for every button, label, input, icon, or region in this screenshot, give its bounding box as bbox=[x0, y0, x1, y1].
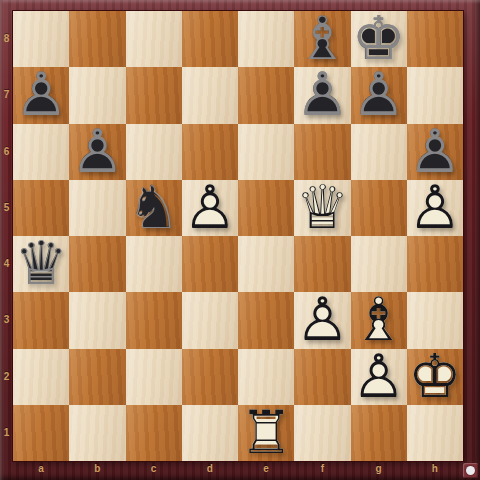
pawn-glyph-outline: ♙ bbox=[14, 64, 68, 124]
square-b6[interactable]: ♟♙ bbox=[69, 124, 125, 180]
white-rook-e1[interactable]: ♜♖ bbox=[238, 405, 294, 461]
pawn-glyph-outline: ♙ bbox=[352, 345, 406, 405]
black-queen-a4[interactable]: ♛♕ bbox=[13, 236, 69, 292]
square-c8[interactable] bbox=[126, 11, 182, 67]
square-a7[interactable]: ♟♙ bbox=[13, 67, 69, 123]
white-king-h2[interactable]: ♚♔ bbox=[407, 349, 463, 405]
square-b3[interactable] bbox=[69, 292, 125, 348]
queen-glyph-outline: ♕ bbox=[14, 233, 68, 293]
black-pawn-a7[interactable]: ♟♙ bbox=[13, 67, 69, 123]
chess-board: ♝♗♚♔♟♙♟♙♟♙♟♙♟♙♞♘♟♙♛♕♟♙♛♕♟♙♝♗♟♙♚♔♜♖ bbox=[13, 11, 463, 461]
square-a3[interactable] bbox=[13, 292, 69, 348]
white-queen-f5[interactable]: ♛♕ bbox=[294, 180, 350, 236]
white-pawn-h5[interactable]: ♟♙ bbox=[407, 180, 463, 236]
rank-label-3: 3 bbox=[0, 292, 13, 348]
square-g7[interactable]: ♟♙ bbox=[351, 67, 407, 123]
king-glyph-outline: ♔ bbox=[408, 345, 462, 405]
square-b8[interactable] bbox=[69, 11, 125, 67]
square-c4[interactable] bbox=[126, 236, 182, 292]
square-h4[interactable] bbox=[407, 236, 463, 292]
pawn-glyph-outline: ♙ bbox=[70, 120, 124, 180]
square-c5[interactable]: ♞♘ bbox=[126, 180, 182, 236]
square-e8[interactable] bbox=[238, 11, 294, 67]
square-c7[interactable] bbox=[126, 67, 182, 123]
file-label-g: g bbox=[351, 461, 407, 480]
queen-glyph-outline: ♕ bbox=[295, 177, 349, 237]
file-label-e: e bbox=[238, 461, 294, 480]
file-label-c: c bbox=[126, 461, 182, 480]
square-e4[interactable] bbox=[238, 236, 294, 292]
white-pawn-d5[interactable]: ♟♙ bbox=[182, 180, 238, 236]
board-frame: ♝♗♚♔♟♙♟♙♟♙♟♙♟♙♞♘♟♙♛♕♟♙♛♕♟♙♝♗♟♙♚♔♜♖ 87654… bbox=[0, 0, 480, 480]
white-pawn-f3[interactable]: ♟♙ bbox=[294, 292, 350, 348]
black-pawn-g7[interactable]: ♟♙ bbox=[351, 67, 407, 123]
square-h2[interactable]: ♚♔ bbox=[407, 349, 463, 405]
square-d8[interactable] bbox=[182, 11, 238, 67]
file-label-b: b bbox=[69, 461, 125, 480]
square-h8[interactable] bbox=[407, 11, 463, 67]
black-pawn-b6[interactable]: ♟♙ bbox=[69, 124, 125, 180]
square-b4[interactable] bbox=[69, 236, 125, 292]
square-a1[interactable] bbox=[13, 405, 69, 461]
square-f2[interactable] bbox=[294, 349, 350, 405]
square-d3[interactable] bbox=[182, 292, 238, 348]
square-h5[interactable]: ♟♙ bbox=[407, 180, 463, 236]
square-e5[interactable] bbox=[238, 180, 294, 236]
rank-label-5: 5 bbox=[0, 180, 13, 236]
square-b2[interactable] bbox=[69, 349, 125, 405]
rank-label-1: 1 bbox=[0, 405, 13, 461]
square-a6[interactable] bbox=[13, 124, 69, 180]
white-pawn-g2[interactable]: ♟♙ bbox=[351, 349, 407, 405]
rook-glyph-outline: ♖ bbox=[239, 402, 293, 462]
square-d7[interactable] bbox=[182, 67, 238, 123]
square-f5[interactable]: ♛♕ bbox=[294, 180, 350, 236]
file-label-a: a bbox=[13, 461, 69, 480]
rank-label-6: 6 bbox=[0, 124, 13, 180]
pawn-glyph-outline: ♙ bbox=[408, 177, 462, 237]
square-c1[interactable] bbox=[126, 405, 182, 461]
square-b1[interactable] bbox=[69, 405, 125, 461]
pawn-glyph-outline: ♙ bbox=[352, 64, 406, 124]
pawn-glyph-outline: ♙ bbox=[295, 64, 349, 124]
white-to-move-dot bbox=[466, 466, 475, 475]
black-knight-c5[interactable]: ♞♘ bbox=[126, 180, 182, 236]
square-h1[interactable] bbox=[407, 405, 463, 461]
rank-label-8: 8 bbox=[0, 11, 13, 67]
square-f1[interactable] bbox=[294, 405, 350, 461]
square-g6[interactable] bbox=[351, 124, 407, 180]
square-f7[interactable]: ♟♙ bbox=[294, 67, 350, 123]
square-c2[interactable] bbox=[126, 349, 182, 405]
square-e3[interactable] bbox=[238, 292, 294, 348]
square-e7[interactable] bbox=[238, 67, 294, 123]
file-label-d: d bbox=[182, 461, 238, 480]
square-d5[interactable]: ♟♙ bbox=[182, 180, 238, 236]
square-e6[interactable] bbox=[238, 124, 294, 180]
square-e1[interactable]: ♜♖ bbox=[238, 405, 294, 461]
square-d1[interactable] bbox=[182, 405, 238, 461]
square-g5[interactable] bbox=[351, 180, 407, 236]
square-d4[interactable] bbox=[182, 236, 238, 292]
square-a4[interactable]: ♛♕ bbox=[13, 236, 69, 292]
rank-label-4: 4 bbox=[0, 236, 13, 292]
square-a2[interactable] bbox=[13, 349, 69, 405]
square-b5[interactable] bbox=[69, 180, 125, 236]
square-g1[interactable] bbox=[351, 405, 407, 461]
knight-glyph-outline: ♘ bbox=[127, 177, 181, 237]
square-c3[interactable] bbox=[126, 292, 182, 348]
black-pawn-f7[interactable]: ♟♙ bbox=[294, 67, 350, 123]
file-label-f: f bbox=[294, 461, 350, 480]
file-label-h: h bbox=[407, 461, 463, 480]
rank-label-2: 2 bbox=[0, 349, 13, 405]
square-g2[interactable]: ♟♙ bbox=[351, 349, 407, 405]
rank-label-7: 7 bbox=[0, 67, 13, 123]
pawn-glyph-outline: ♙ bbox=[295, 289, 349, 349]
pawn-glyph-outline: ♙ bbox=[183, 177, 237, 237]
square-d2[interactable] bbox=[182, 349, 238, 405]
square-f3[interactable]: ♟♙ bbox=[294, 292, 350, 348]
